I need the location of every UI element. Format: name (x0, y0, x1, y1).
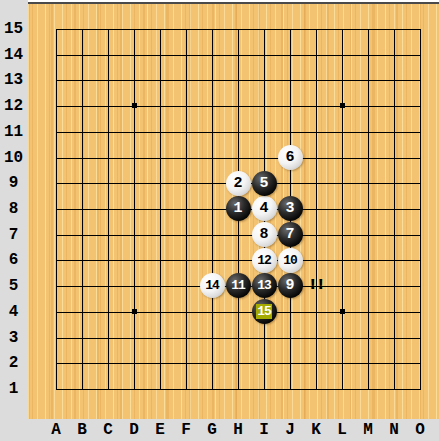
black-stone[interactable]: 13 (252, 273, 277, 298)
stone-black-1[interactable]: 1 (225, 196, 251, 222)
row-label-5: 5 (0, 277, 27, 295)
black-stone[interactable]: 3 (278, 196, 303, 221)
star-point-dot (340, 103, 345, 108)
move-number: 6 (285, 150, 294, 165)
move-number: 14 (205, 279, 219, 292)
white-stone[interactable]: 2 (226, 171, 251, 196)
stone-black-13[interactable]: 13 (251, 273, 277, 299)
row-label-12: 12 (0, 97, 27, 115)
stone-white-8[interactable]: 8 (251, 222, 277, 248)
column-label-K: K (303, 421, 329, 439)
white-stone[interactable]: 6 (278, 145, 303, 170)
stone-black-3[interactable]: 3 (277, 196, 303, 222)
row-label-6: 6 (0, 251, 27, 269)
row-label-14: 14 (0, 46, 27, 64)
star-point-dot (132, 309, 137, 314)
move-number: 4 (259, 201, 268, 216)
black-stone[interactable]: 7 (278, 222, 303, 247)
row-label-1: 1 (0, 380, 27, 398)
panel-top-shadow-line (28, 2, 439, 4)
black-stone[interactable]: 15 (252, 299, 277, 324)
stone-white-6[interactable]: 6 (277, 145, 303, 171)
star-point-dot (340, 309, 345, 314)
white-stone[interactable]: 10 (278, 248, 303, 273)
white-stone[interactable]: 12 (252, 248, 277, 273)
annotation-marker: !! (308, 277, 324, 294)
black-stone[interactable]: 11 (226, 273, 251, 298)
white-stone[interactable]: 14 (200, 273, 225, 298)
column-label-B: B (69, 421, 95, 439)
row-label-2: 2 (0, 354, 27, 372)
board-grid[interactable]: 123456789101112131415!! (43, 16, 433, 402)
stone-white-10[interactable]: 10 (277, 247, 303, 273)
star-point (329, 299, 355, 325)
stone-white-12[interactable]: 12 (251, 247, 277, 273)
row-label-7: 7 (0, 226, 27, 244)
move-number: 8 (259, 227, 268, 242)
row-label-3: 3 (0, 329, 27, 347)
stone-black-11[interactable]: 11 (225, 273, 251, 299)
stone-black-5[interactable]: 5 (251, 170, 277, 196)
row-label-15: 15 (0, 20, 27, 38)
column-label-H: H (225, 421, 251, 439)
black-stone[interactable]: 9 (278, 273, 303, 298)
star-point (121, 93, 147, 119)
renju-board-screen: 123456789101112131415!! 1514131211109876… (0, 0, 439, 441)
move-number: 10 (283, 254, 297, 267)
column-label-J: J (277, 421, 303, 439)
move-number: 13 (257, 279, 271, 292)
move-number: 7 (285, 227, 294, 242)
row-label-10: 10 (0, 149, 27, 167)
column-label-O: O (407, 421, 433, 439)
row-label-4: 4 (0, 303, 27, 321)
column-label-E: E (147, 421, 173, 439)
row-label-8: 8 (0, 200, 27, 218)
row-label-9: 9 (0, 174, 27, 192)
row-label-11: 11 (0, 123, 27, 141)
move-number: 2 (233, 176, 242, 191)
column-label-D: D (121, 421, 147, 439)
stone-black-9[interactable]: 9 (277, 273, 303, 299)
stone-white-4[interactable]: 4 (251, 196, 277, 222)
move-number: 1 (233, 201, 242, 216)
star-point (329, 93, 355, 119)
black-stone[interactable]: 5 (252, 171, 277, 196)
move-number: 12 (257, 254, 271, 267)
stone-white-2[interactable]: 2 (225, 170, 251, 196)
stone-black-15[interactable]: 15 (251, 299, 277, 325)
column-label-G: G (199, 421, 225, 439)
stone-white-14[interactable]: 14 (199, 273, 225, 299)
column-label-N: N (381, 421, 407, 439)
row-label-13: 13 (0, 71, 27, 89)
white-stone[interactable]: 8 (252, 222, 277, 247)
column-label-I: I (251, 421, 277, 439)
move-number: 9 (285, 278, 294, 293)
star-point (121, 299, 147, 325)
annotation-marker-cell: !! (303, 273, 329, 299)
column-label-A: A (43, 421, 69, 439)
black-stone[interactable]: 1 (226, 196, 251, 221)
move-number: 5 (259, 176, 268, 191)
column-label-F: F (173, 421, 199, 439)
column-label-M: M (355, 421, 381, 439)
move-number-highlighted: 15 (256, 304, 272, 319)
white-stone[interactable]: 4 (252, 196, 277, 221)
column-label-L: L (329, 421, 355, 439)
stone-black-7[interactable]: 7 (277, 222, 303, 248)
star-point-dot (132, 103, 137, 108)
move-number: 11 (231, 279, 245, 292)
move-number: 3 (285, 201, 294, 216)
column-label-C: C (95, 421, 121, 439)
